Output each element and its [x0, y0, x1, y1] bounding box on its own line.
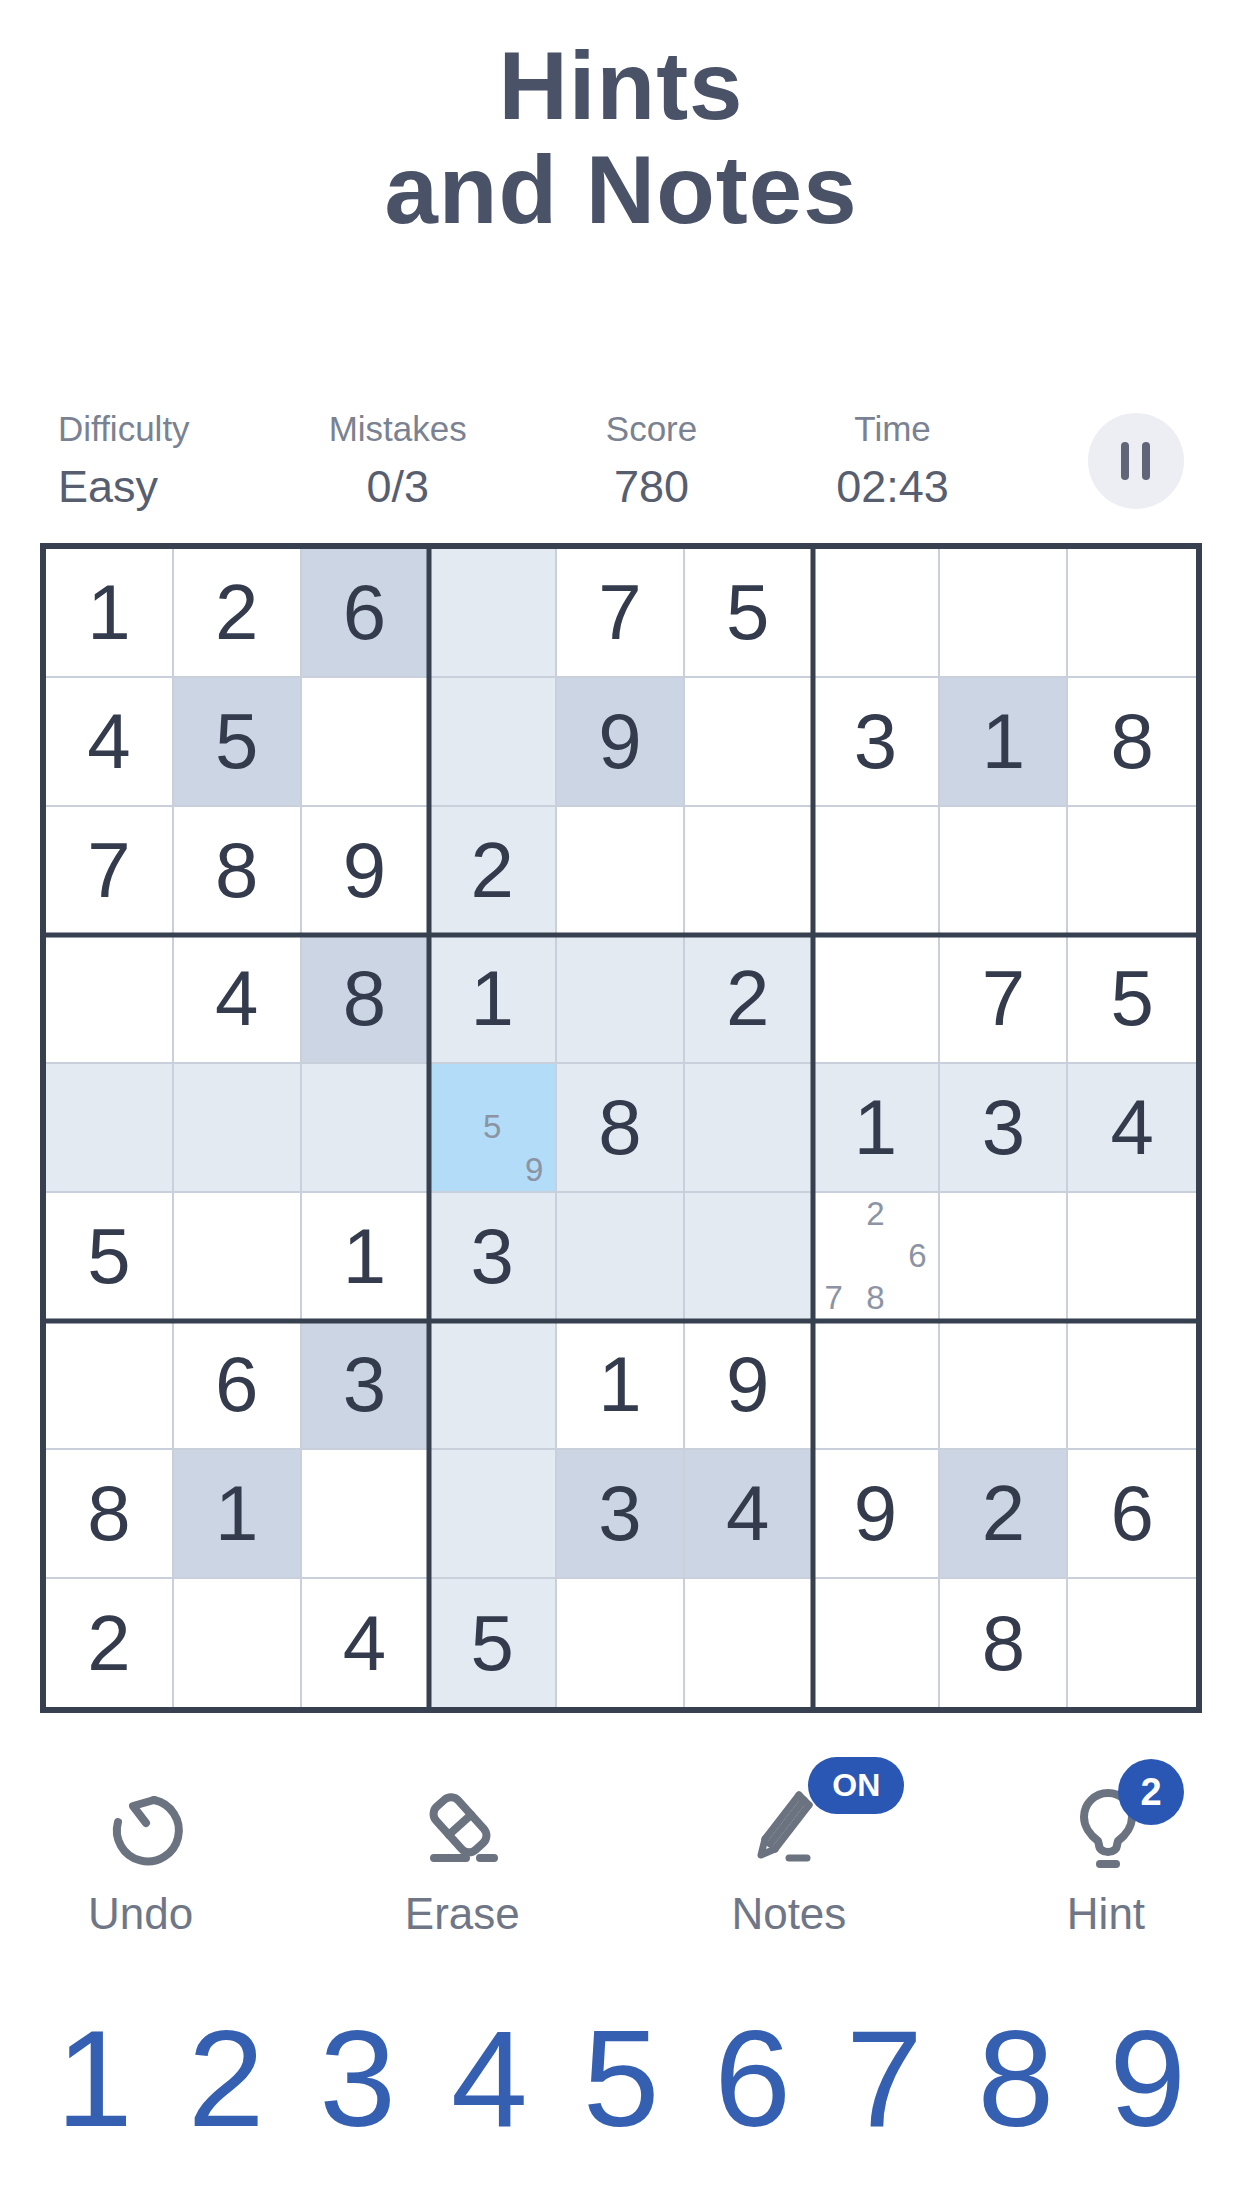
- notes-label: Notes: [731, 1889, 846, 1939]
- undo-button[interactable]: Undo: [88, 1779, 193, 1939]
- stats-bar: Difficulty Easy Mistakes 0/3 Score 780 T…: [0, 409, 1242, 513]
- note-7: 7: [813, 1277, 855, 1319]
- page-title: Hints and Notes: [0, 34, 1242, 241]
- cell-r4c9[interactable]: 5: [1068, 935, 1196, 1064]
- cell-r7c4[interactable]: [429, 1321, 557, 1450]
- cell-r6c8[interactable]: [940, 1193, 1068, 1322]
- cell-r1c6[interactable]: 5: [685, 549, 813, 678]
- cell-r6c1[interactable]: 5: [46, 1193, 174, 1322]
- notes-on-badge: ON: [808, 1757, 904, 1814]
- cell-r6c9[interactable]: [1068, 1193, 1196, 1322]
- cell-r8c6[interactable]: 4: [685, 1450, 813, 1579]
- cell-r2c6[interactable]: [685, 678, 813, 807]
- cell-r6c6[interactable]: [685, 1193, 813, 1322]
- stat-time-value: 02:43: [836, 461, 949, 513]
- cell-r8c3[interactable]: [302, 1450, 430, 1579]
- note-1: [429, 1064, 471, 1106]
- cell-r5c3[interactable]: [302, 1064, 430, 1193]
- cell-r7c3[interactable]: 3: [302, 1321, 430, 1450]
- stat-mistakes: Mistakes 0/3: [329, 409, 467, 513]
- hint-count-badge: 2: [1118, 1759, 1184, 1825]
- stat-mistakes-value: 0/3: [366, 461, 429, 513]
- cell-r5c9[interactable]: 4: [1068, 1064, 1196, 1193]
- cell-r4c4[interactable]: 1: [429, 935, 557, 1064]
- cell-r6c3[interactable]: 1: [302, 1193, 430, 1322]
- numpad-1[interactable]: 1: [56, 2009, 133, 2147]
- note-9: [897, 1277, 939, 1319]
- note-4: [813, 1235, 855, 1277]
- cell-r7c5[interactable]: 1: [557, 1321, 685, 1450]
- note-3: [513, 1064, 555, 1106]
- cell-r8c7[interactable]: 9: [813, 1450, 941, 1579]
- stat-difficulty: Difficulty Easy: [58, 409, 190, 513]
- cell-r6c5[interactable]: [557, 1193, 685, 1322]
- cell-r3c5[interactable]: [557, 807, 685, 936]
- page-title-line1: Hints: [0, 34, 1242, 138]
- cell-r7c2[interactable]: 6: [174, 1321, 302, 1450]
- cell-r4c1[interactable]: [46, 935, 174, 1064]
- cell-r9c7[interactable]: [813, 1579, 941, 1708]
- cell-r9c1[interactable]: 2: [46, 1579, 174, 1708]
- note-2: 2: [855, 1193, 897, 1235]
- box-divider-vertical: [427, 549, 432, 1707]
- cell-r9c5[interactable]: [557, 1579, 685, 1708]
- cell-r4c2[interactable]: 4: [174, 935, 302, 1064]
- cell-r5c6[interactable]: [685, 1064, 813, 1193]
- cell-r8c8[interactable]: 2: [940, 1450, 1068, 1579]
- cell-r1c1[interactable]: 1: [46, 549, 174, 678]
- cell-r8c9[interactable]: 6: [1068, 1450, 1196, 1579]
- sudoku-board: 1267545931878924812755981345132678631981…: [40, 543, 1202, 1713]
- cell-r5c5[interactable]: 8: [557, 1064, 685, 1193]
- cell-r3c6[interactable]: [685, 807, 813, 936]
- cell-r8c2[interactable]: 1: [174, 1450, 302, 1579]
- cell-r3c4[interactable]: 2: [429, 807, 557, 936]
- cell-r7c7[interactable]: [813, 1321, 941, 1450]
- stat-score-value: 780: [614, 461, 689, 513]
- cell-r9c8[interactable]: 8: [940, 1579, 1068, 1708]
- notes-r6c7: 2678: [813, 1193, 939, 1320]
- cell-r9c4[interactable]: 5: [429, 1579, 557, 1708]
- cell-r4c7[interactable]: [813, 935, 941, 1064]
- numpad-6[interactable]: 6: [714, 2009, 791, 2147]
- cell-r3c8[interactable]: [940, 807, 1068, 936]
- cell-r5c4[interactable]: 59: [429, 1064, 557, 1193]
- numpad-7[interactable]: 7: [846, 2009, 923, 2147]
- cell-r2c3[interactable]: [302, 678, 430, 807]
- cell-r6c4[interactable]: 3: [429, 1193, 557, 1322]
- cell-r4c5[interactable]: [557, 935, 685, 1064]
- cell-r2c5[interactable]: 9: [557, 678, 685, 807]
- note-7: [429, 1148, 471, 1190]
- stat-time: Time 02:43: [836, 409, 949, 513]
- cell-r9c6[interactable]: [685, 1579, 813, 1708]
- undo-icon: [93, 1779, 189, 1875]
- cell-r2c8[interactable]: 1: [940, 678, 1068, 807]
- cell-r8c1[interactable]: 8: [46, 1450, 174, 1579]
- cell-r4c3[interactable]: 8: [302, 935, 430, 1064]
- cell-r2c7[interactable]: 3: [813, 678, 941, 807]
- stat-mistakes-label: Mistakes: [329, 409, 467, 449]
- cell-r9c3[interactable]: 4: [302, 1579, 430, 1708]
- page-title-line2: and Notes: [0, 138, 1242, 242]
- cell-r1c4[interactable]: [429, 549, 557, 678]
- cell-r3c2[interactable]: 8: [174, 807, 302, 936]
- cell-r9c2[interactable]: [174, 1579, 302, 1708]
- stat-time-label: Time: [854, 409, 930, 449]
- cell-r2c1[interactable]: 4: [46, 678, 174, 807]
- box-divider-vertical: [810, 549, 815, 1707]
- pause-icon: [1142, 442, 1150, 480]
- note-6: [513, 1106, 555, 1148]
- note-5: 5: [471, 1106, 513, 1148]
- hint-label: Hint: [1067, 1889, 1145, 1939]
- box-divider-horizontal: [46, 933, 1196, 938]
- numpad: 123456789: [0, 2009, 1242, 2147]
- numpad-5[interactable]: 5: [583, 2009, 660, 2147]
- cell-r7c1[interactable]: [46, 1321, 174, 1450]
- cell-r5c7[interactable]: 1: [813, 1064, 941, 1193]
- erase-button[interactable]: Erase: [405, 1779, 520, 1939]
- cell-r1c7[interactable]: [813, 549, 941, 678]
- numpad-8[interactable]: 8: [978, 2009, 1055, 2147]
- cell-r3c3[interactable]: 9: [302, 807, 430, 936]
- note-4: [429, 1106, 471, 1148]
- cell-r4c6[interactable]: 2: [685, 935, 813, 1064]
- cell-r1c9[interactable]: [1068, 549, 1196, 678]
- toolbar: Undo Erase ON No: [0, 1779, 1242, 1939]
- cell-r3c9[interactable]: [1068, 807, 1196, 936]
- note-5: [855, 1235, 897, 1277]
- numpad-4[interactable]: 4: [451, 2009, 528, 2147]
- cell-r2c2[interactable]: 5: [174, 678, 302, 807]
- pause-icon: [1121, 442, 1129, 480]
- notes-button[interactable]: ON Notes: [731, 1779, 846, 1939]
- note-9: 9: [513, 1148, 555, 1190]
- erase-label: Erase: [405, 1889, 520, 1939]
- pause-button[interactable]: [1088, 413, 1184, 509]
- hint-button[interactable]: 2 Hint: [1058, 1779, 1154, 1939]
- undo-label: Undo: [88, 1889, 193, 1939]
- cell-r7c8[interactable]: [940, 1321, 1068, 1450]
- cell-r2c9[interactable]: 8: [1068, 678, 1196, 807]
- stat-score: Score 780: [606, 409, 697, 513]
- note-3: [897, 1193, 939, 1235]
- note-2: [471, 1064, 513, 1106]
- cell-r7c6[interactable]: 9: [685, 1321, 813, 1450]
- stat-difficulty-label: Difficulty: [58, 409, 190, 449]
- cell-r3c7[interactable]: [813, 807, 941, 936]
- cell-r7c9[interactable]: [1068, 1321, 1196, 1450]
- cell-r2c4[interactable]: [429, 678, 557, 807]
- cell-r1c8[interactable]: [940, 549, 1068, 678]
- cell-r4c8[interactable]: 7: [940, 935, 1068, 1064]
- notes-r5c4: 59: [429, 1064, 555, 1191]
- note-8: 8: [855, 1277, 897, 1319]
- numpad-2[interactable]: 2: [188, 2009, 265, 2147]
- eraser-icon: [414, 1779, 510, 1875]
- cell-r5c8[interactable]: 3: [940, 1064, 1068, 1193]
- note-6: 6: [897, 1235, 939, 1277]
- cell-r5c2[interactable]: [174, 1064, 302, 1193]
- cell-r6c2[interactable]: [174, 1193, 302, 1322]
- cell-r9c9[interactable]: [1068, 1579, 1196, 1708]
- cell-r8c4[interactable]: [429, 1450, 557, 1579]
- stat-score-label: Score: [606, 409, 697, 449]
- cell-r8c5[interactable]: 3: [557, 1450, 685, 1579]
- cell-r1c2[interactable]: 2: [174, 549, 302, 678]
- cell-r5c1[interactable]: [46, 1064, 174, 1193]
- stat-difficulty-value: Easy: [58, 461, 190, 513]
- cell-r1c3[interactable]: 6: [302, 549, 430, 678]
- numpad-9[interactable]: 9: [1109, 2009, 1186, 2147]
- cell-r1c5[interactable]: 7: [557, 549, 685, 678]
- note-8: [471, 1148, 513, 1190]
- cell-r3c1[interactable]: 7: [46, 807, 174, 936]
- cell-r6c7[interactable]: 2678: [813, 1193, 941, 1322]
- note-1: [813, 1193, 855, 1235]
- numpad-3[interactable]: 3: [319, 2009, 396, 2147]
- box-divider-horizontal: [46, 1319, 1196, 1324]
